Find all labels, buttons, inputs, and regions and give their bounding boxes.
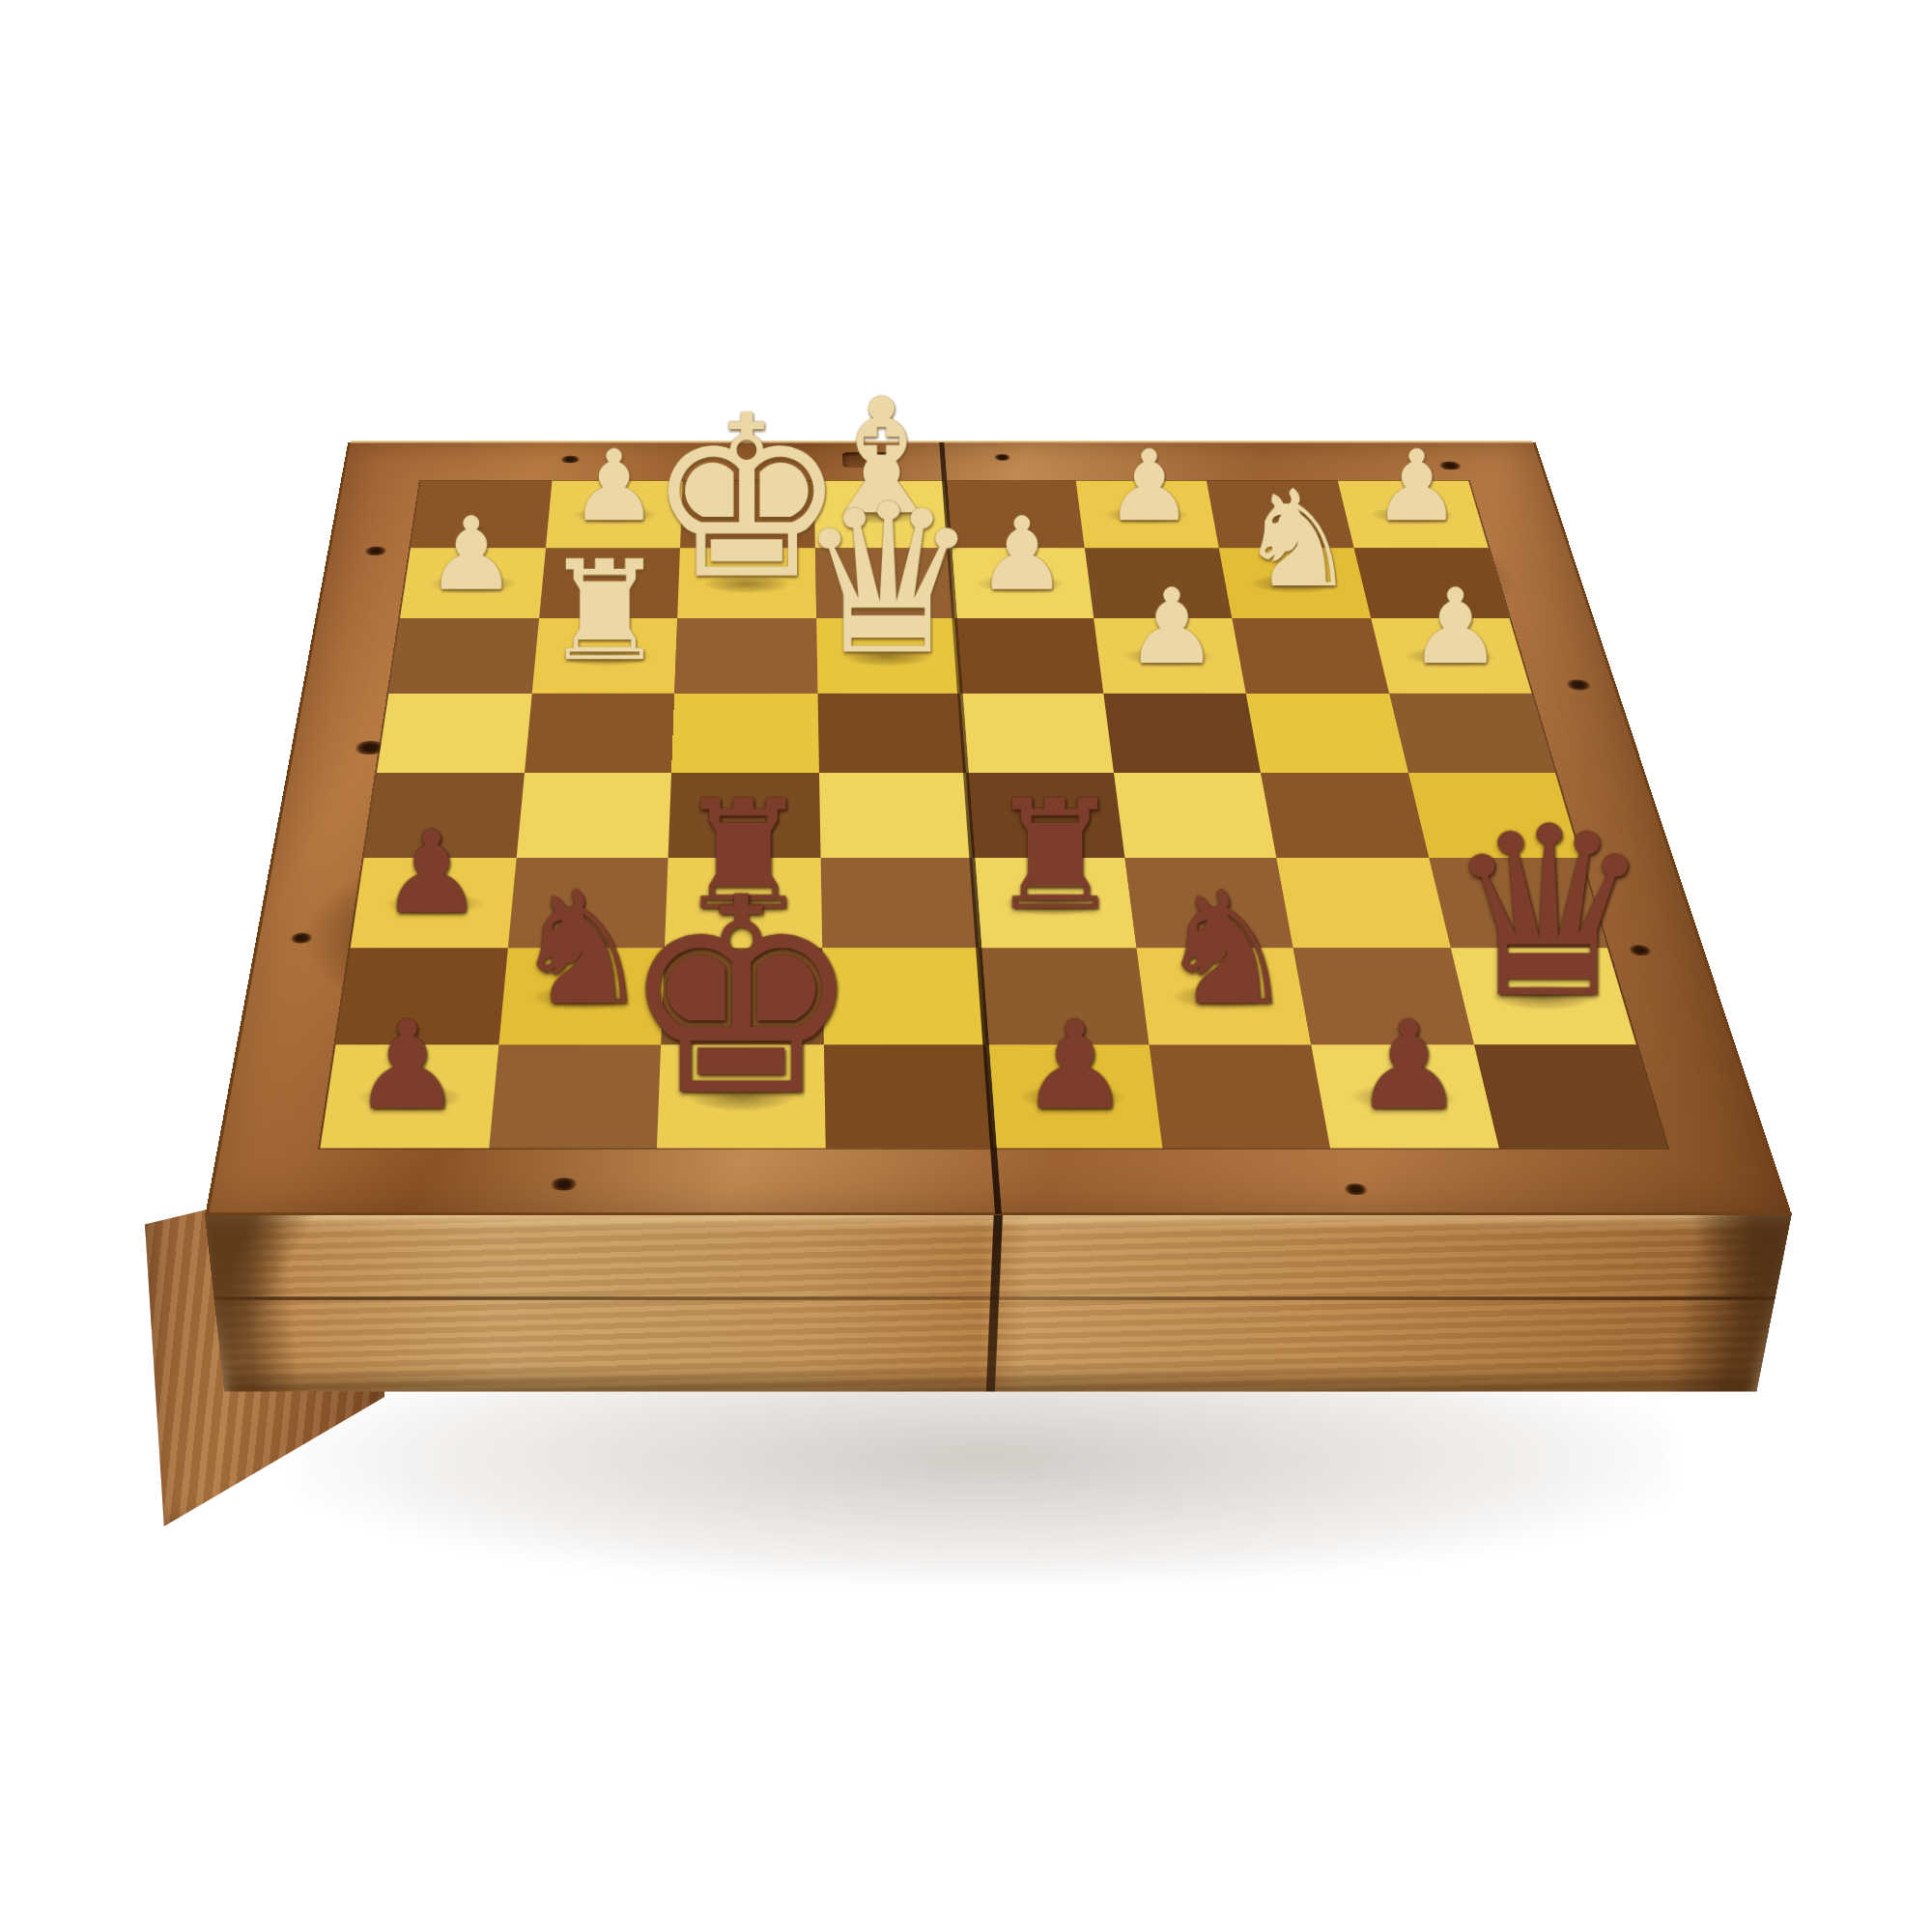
square-c1[interactable]: ♚ (657, 1044, 825, 1148)
square-b5[interactable] (525, 694, 675, 773)
square-f5[interactable] (1103, 694, 1261, 773)
square-e3[interactable]: ♜ (972, 858, 1136, 949)
square-h5[interactable] (1389, 694, 1555, 773)
box-front-face (205, 1212, 1793, 1391)
square-g4[interactable] (1261, 773, 1429, 858)
piece-white-pawn-a7[interactable]: ♟ (426, 508, 517, 601)
square-a6[interactable] (388, 618, 538, 694)
photo-stage: ♟♝♟♟♟♚♟♞♜♛♟♟♟♜♜♞♞♛♟♚♟♟ (0, 0, 1932, 1932)
piece-white-knight-g7[interactable]: ♞ (1237, 478, 1357, 601)
square-f4[interactable] (1114, 773, 1277, 858)
piece-white-pawn-b8[interactable]: ♟ (570, 440, 658, 531)
square-a7[interactable]: ♟ (400, 548, 545, 618)
piece-black-pawn-e1[interactable]: ♟ (1020, 1009, 1130, 1122)
piece-white-pawn-f6[interactable]: ♟ (1124, 579, 1218, 674)
miter-corner-right (1594, 1212, 1793, 1391)
square-e1[interactable]: ♟ (986, 1044, 1162, 1148)
wood-knot-icon (549, 1178, 579, 1190)
piece-white-queen-d6[interactable]: ♛ (795, 485, 980, 675)
piece-black-pawn-g1[interactable]: ♟ (1354, 1009, 1464, 1122)
square-f6[interactable]: ♟ (1094, 618, 1246, 694)
front-seam-line (986, 1212, 1003, 1391)
chess-box-assembly: ♟♝♟♟♟♚♟♞♜♛♟♟♟♜♜♞♞♛♟♚♟♟ (209, 443, 1787, 1212)
board-frame: ♟♝♟♟♟♚♟♞♜♛♟♟♟♜♜♞♞♛♟♚♟♟ (209, 443, 1787, 1212)
piece-black-rook-e3[interactable]: ♜ (987, 786, 1122, 925)
square-g3[interactable] (1276, 858, 1450, 949)
wood-knot-icon (1565, 679, 1593, 690)
wood-knot-icon (1343, 1183, 1370, 1195)
piece-black-pawn-a3[interactable]: ♟ (381, 820, 483, 925)
piece-white-pawn-e7[interactable]: ♟ (977, 508, 1067, 601)
checkerboard: ♟♝♟♟♟♚♟♞♜♛♟♟♟♜♜♞♞♛♟♚♟♟ (320, 481, 1666, 1149)
square-f1[interactable] (1149, 1044, 1330, 1148)
square-d6[interactable]: ♛ (816, 618, 960, 694)
miter-corner-left (205, 1212, 387, 1391)
piece-white-pawn-h8[interactable]: ♟ (1373, 440, 1461, 531)
square-g7[interactable]: ♞ (1219, 548, 1371, 618)
square-h8[interactable]: ♟ (1337, 481, 1488, 548)
square-a1[interactable]: ♟ (320, 1044, 497, 1148)
square-f2[interactable]: ♞ (1136, 948, 1311, 1044)
square-g5[interactable] (1246, 694, 1408, 773)
piece-black-king-c1[interactable]: ♚ (619, 872, 863, 1122)
square-b6[interactable]: ♜ (531, 618, 677, 694)
square-e5[interactable] (960, 694, 1114, 773)
square-f8[interactable]: ♟ (1075, 481, 1218, 548)
square-g6[interactable] (1232, 618, 1388, 694)
piece-white-rook-b6[interactable]: ♜ (543, 548, 667, 674)
wood-knot-icon (289, 933, 313, 944)
piece-black-queen-h2[interactable]: ♛ (1443, 805, 1654, 1020)
piece-black-pawn-a1[interactable]: ♟ (353, 1009, 463, 1122)
piece-black-knight-f2[interactable]: ♞ (1156, 877, 1296, 1021)
wood-knot-icon (993, 454, 1010, 461)
square-d5[interactable] (817, 694, 966, 773)
square-h2[interactable]: ♛ (1450, 948, 1635, 1044)
square-a3[interactable]: ♟ (351, 858, 517, 949)
perspective-scene: ♟♝♟♟♟♚♟♞♜♛♟♟♟♜♜♞♞♛♟♚♟♟ (0, 0, 1932, 1932)
piece-white-pawn-h6[interactable]: ♟ (1408, 579, 1502, 674)
wood-knot-icon (363, 547, 387, 555)
square-h6[interactable]: ♟ (1371, 618, 1532, 694)
square-h1[interactable] (1473, 1044, 1666, 1148)
square-a5[interactable] (377, 694, 531, 773)
square-c5[interactable] (671, 694, 819, 773)
piece-white-pawn-f8[interactable]: ♟ (1105, 440, 1193, 531)
square-g1[interactable]: ♟ (1311, 1044, 1498, 1148)
